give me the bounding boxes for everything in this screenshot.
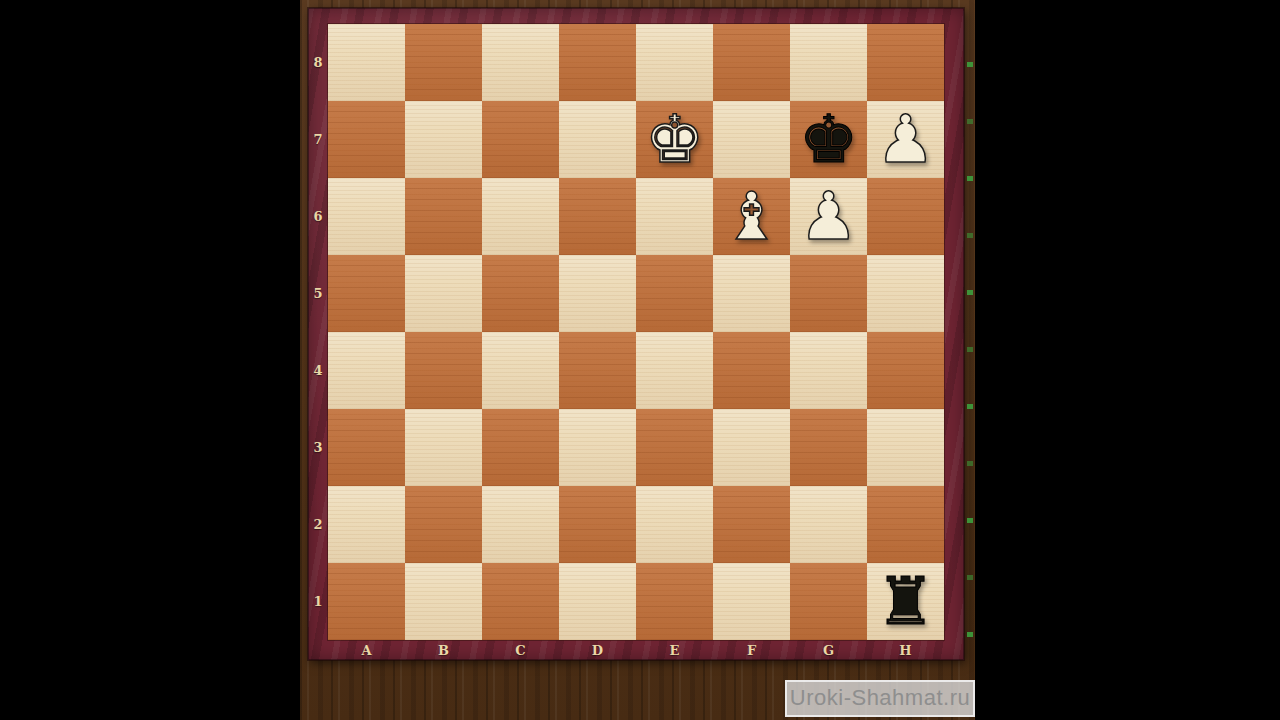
- square-a7[interactable]: [328, 101, 405, 178]
- square-f1[interactable]: [713, 563, 790, 640]
- square-h4[interactable]: [867, 332, 944, 409]
- edge-artifact-tick: [967, 119, 973, 124]
- square-f2[interactable]: [713, 486, 790, 563]
- square-d3[interactable]: [559, 409, 636, 486]
- rank-label-6: 6: [308, 178, 328, 255]
- rank-label-7: 7: [308, 101, 328, 178]
- square-b2[interactable]: [405, 486, 482, 563]
- square-c4[interactable]: [482, 332, 559, 409]
- square-c6[interactable]: [482, 178, 559, 255]
- square-d4[interactable]: [559, 332, 636, 409]
- square-e5[interactable]: [636, 255, 713, 332]
- white-bishop[interactable]: ♝: [722, 184, 781, 250]
- file-label-g: G: [790, 640, 867, 660]
- edge-artifact-tick: [967, 290, 973, 295]
- square-e4[interactable]: [636, 332, 713, 409]
- square-h1[interactable]: ♜: [867, 563, 944, 640]
- square-b4[interactable]: [405, 332, 482, 409]
- square-f3[interactable]: [713, 409, 790, 486]
- square-d5[interactable]: [559, 255, 636, 332]
- edge-artifact-tick: [967, 632, 973, 637]
- square-h8[interactable]: [867, 24, 944, 101]
- square-a2[interactable]: [328, 486, 405, 563]
- square-d1[interactable]: [559, 563, 636, 640]
- file-label-a: A: [328, 640, 405, 660]
- square-b1[interactable]: [405, 563, 482, 640]
- square-g3[interactable]: [790, 409, 867, 486]
- square-d2[interactable]: [559, 486, 636, 563]
- letterbox-right: [975, 0, 1280, 720]
- square-e3[interactable]: [636, 409, 713, 486]
- square-c3[interactable]: [482, 409, 559, 486]
- square-h5[interactable]: [867, 255, 944, 332]
- square-c8[interactable]: [482, 24, 559, 101]
- white-pawn[interactable]: ♟: [799, 184, 858, 250]
- file-label-b: B: [405, 640, 482, 660]
- square-e8[interactable]: [636, 24, 713, 101]
- square-h6[interactable]: [867, 178, 944, 255]
- square-g8[interactable]: [790, 24, 867, 101]
- edge-artifact-tick: [967, 575, 973, 580]
- square-d8[interactable]: [559, 24, 636, 101]
- chess-board-frame: ♚♚♟♝♟♜ 87654321 ABCDEFGH: [308, 8, 964, 660]
- square-f5[interactable]: [713, 255, 790, 332]
- square-c7[interactable]: [482, 101, 559, 178]
- square-c1[interactable]: [482, 563, 559, 640]
- file-label-d: D: [559, 640, 636, 660]
- square-g6[interactable]: ♟: [790, 178, 867, 255]
- square-h2[interactable]: [867, 486, 944, 563]
- square-g1[interactable]: [790, 563, 867, 640]
- square-a6[interactable]: [328, 178, 405, 255]
- square-a4[interactable]: [328, 332, 405, 409]
- rank-label-1: 1: [308, 563, 328, 640]
- square-b8[interactable]: [405, 24, 482, 101]
- square-f4[interactable]: [713, 332, 790, 409]
- file-label-f: F: [713, 640, 790, 660]
- white-king[interactable]: ♚: [645, 107, 704, 173]
- square-c5[interactable]: [482, 255, 559, 332]
- rank-label-5: 5: [308, 255, 328, 332]
- board: ♚♚♟♝♟♜: [328, 24, 944, 640]
- square-e6[interactable]: [636, 178, 713, 255]
- edge-artifact-tick: [967, 347, 973, 352]
- square-g4[interactable]: [790, 332, 867, 409]
- square-a5[interactable]: [328, 255, 405, 332]
- square-e2[interactable]: [636, 486, 713, 563]
- square-g2[interactable]: [790, 486, 867, 563]
- square-b6[interactable]: [405, 178, 482, 255]
- black-king[interactable]: ♚: [799, 107, 858, 173]
- square-f7[interactable]: [713, 101, 790, 178]
- edge-artifact-tick: [967, 176, 973, 181]
- black-rook[interactable]: ♜: [876, 569, 935, 635]
- square-d7[interactable]: [559, 101, 636, 178]
- edge-artifact-tick: [967, 404, 973, 409]
- square-a8[interactable]: [328, 24, 405, 101]
- square-g7[interactable]: ♚: [790, 101, 867, 178]
- edge-artifact-tick: [967, 62, 973, 67]
- square-f6[interactable]: ♝: [713, 178, 790, 255]
- file-label-h: H: [867, 640, 944, 660]
- rank-label-8: 8: [308, 24, 328, 101]
- square-b5[interactable]: [405, 255, 482, 332]
- square-h3[interactable]: [867, 409, 944, 486]
- square-g5[interactable]: [790, 255, 867, 332]
- table-background: ♚♚♟♝♟♜ 87654321 ABCDEFGH Uroki-Shahmat.r…: [300, 0, 975, 720]
- edge-artifact-tick: [967, 461, 973, 466]
- square-h7[interactable]: ♟: [867, 101, 944, 178]
- file-label-c: C: [482, 640, 559, 660]
- rank-label-2: 2: [308, 486, 328, 563]
- square-a1[interactable]: [328, 563, 405, 640]
- edge-artifact-tick: [967, 233, 973, 238]
- square-b7[interactable]: [405, 101, 482, 178]
- square-d6[interactable]: [559, 178, 636, 255]
- video-frame: { "game": "chess", "position": { "fen_pi…: [0, 0, 1280, 720]
- white-pawn[interactable]: ♟: [876, 107, 935, 173]
- rank-label-3: 3: [308, 409, 328, 486]
- square-e7[interactable]: ♚: [636, 101, 713, 178]
- square-f8[interactable]: [713, 24, 790, 101]
- rank-label-4: 4: [308, 332, 328, 409]
- watermark: Uroki-Shahmat.ru: [785, 680, 975, 717]
- square-a3[interactable]: [328, 409, 405, 486]
- square-b3[interactable]: [405, 409, 482, 486]
- letterbox-left: [0, 0, 300, 720]
- edge-artifact-tick: [967, 518, 973, 523]
- square-e1[interactable]: [636, 563, 713, 640]
- file-label-e: E: [636, 640, 713, 660]
- square-c2[interactable]: [482, 486, 559, 563]
